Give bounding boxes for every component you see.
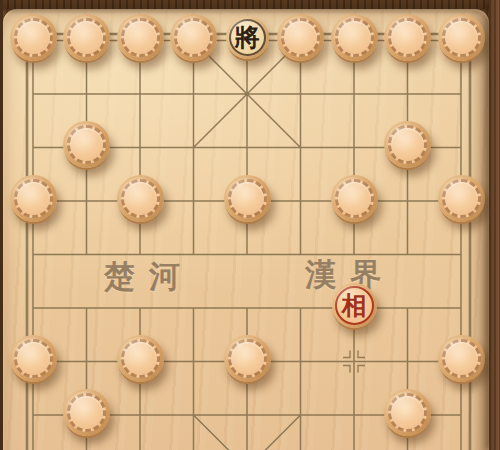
piece-hidden-facedown[interactable] xyxy=(10,335,57,382)
piece-hidden-facedown[interactable] xyxy=(331,175,378,222)
piece-hidden-facedown[interactable] xyxy=(438,175,485,222)
piece-hidden-facedown[interactable] xyxy=(277,14,324,61)
piece-hidden-facedown[interactable] xyxy=(224,175,271,222)
piece-hidden-facedown[interactable] xyxy=(117,175,164,222)
frame-top-edge xyxy=(0,0,500,9)
piece-hidden-facedown[interactable] xyxy=(63,14,110,61)
pieces-layer: 將相 xyxy=(0,0,500,450)
piece-hidden-facedown[interactable] xyxy=(384,14,431,61)
piece-hidden-facedown[interactable] xyxy=(331,14,378,61)
piece-hidden-facedown[interactable] xyxy=(384,389,431,436)
piece-hidden-facedown[interactable] xyxy=(10,14,57,61)
piece-hidden-facedown[interactable] xyxy=(10,175,57,222)
piece-hidden-facedown[interactable] xyxy=(224,335,271,382)
frame-right-edge xyxy=(489,0,500,450)
piece-character: 相 xyxy=(342,293,367,318)
xiangqi-game-window: 楚河 漢界 將相 xyxy=(0,0,500,450)
piece-hidden-facedown[interactable] xyxy=(117,335,164,382)
piece-hidden-facedown[interactable] xyxy=(438,335,485,382)
piece-character: 將 xyxy=(235,25,260,50)
piece-hidden-facedown[interactable] xyxy=(117,14,164,61)
piece-hidden-facedown[interactable] xyxy=(63,389,110,436)
piece-red-elephant[interactable]: 相 xyxy=(332,283,377,328)
piece-hidden-facedown[interactable] xyxy=(63,121,110,168)
piece-hidden-facedown[interactable] xyxy=(438,14,485,61)
piece-black-general[interactable]: 將 xyxy=(226,16,269,59)
piece-hidden-facedown[interactable] xyxy=(170,14,217,61)
piece-hidden-facedown[interactable] xyxy=(384,121,431,168)
frame-left-edge xyxy=(0,0,3,450)
